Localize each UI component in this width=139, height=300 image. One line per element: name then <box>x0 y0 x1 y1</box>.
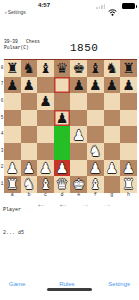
square-d5[interactable]: ♟ <box>54 110 71 127</box>
square-f2[interactable]: ♟ <box>87 160 104 177</box>
black-king-e8[interactable]: ♚ <box>72 61 85 75</box>
last-move-text: 2... d5 <box>3 230 24 236</box>
status-bar: 4:57 ‹Settings <box>0 0 139 16</box>
move-history-controls: ←←→→ <box>36 199 112 209</box>
square-c7[interactable] <box>37 77 54 94</box>
square-a2[interactable]: ♟ <box>4 160 21 177</box>
tab-game[interactable]: Game <box>9 281 25 287</box>
square-b3[interactable] <box>21 143 38 160</box>
black-pawn-g7[interactable]: ♟ <box>106 78 119 92</box>
square-f7[interactable]: ♟ <box>87 77 104 94</box>
square-e7[interactable]: ♟ <box>70 77 87 94</box>
square-b7[interactable]: ♟ <box>21 77 38 94</box>
square-a7[interactable]: ♟ <box>4 77 21 94</box>
black-pawn-d5[interactable]: ♟ <box>56 111 69 125</box>
black-pawn-b7[interactable]: ♟ <box>23 78 36 92</box>
white-pawn-d2[interactable]: ♟ <box>56 161 69 175</box>
square-c6[interactable]: ♟ <box>37 93 54 110</box>
square-h3[interactable] <box>120 143 137 160</box>
square-d6[interactable] <box>54 93 71 110</box>
white-pawn-a2[interactable]: ♟ <box>6 161 19 175</box>
history-back-fast-button[interactable]: ← <box>36 199 46 209</box>
battery-icon <box>122 3 135 9</box>
square-d4[interactable] <box>54 126 71 143</box>
black-pawn-h7[interactable]: ♟ <box>122 78 135 92</box>
square-h4[interactable] <box>120 126 137 143</box>
file-labels: abcdefgh <box>4 192 137 198</box>
square-h6[interactable] <box>120 93 137 110</box>
square-e4[interactable]: ♟ <box>70 126 87 143</box>
square-f1[interactable]: ♝ <box>87 176 104 193</box>
engine-header: 39-39 ChessPulsar(C) <box>4 39 40 51</box>
black-rook-a8[interactable]: ♜ <box>6 61 19 75</box>
black-pawn-c6[interactable]: ♟ <box>39 94 52 108</box>
black-pawn-f7[interactable]: ♟ <box>89 78 102 92</box>
black-pawn-a7[interactable]: ♟ <box>6 78 19 92</box>
square-e8[interactable]: ♚ <box>70 60 87 77</box>
file-label-a: a <box>4 192 21 198</box>
square-f3[interactable]: ♞ <box>87 143 104 160</box>
clock-time: 4:57 <box>38 2 50 8</box>
square-c5[interactable] <box>37 110 54 127</box>
square-a1[interactable]: ♜ <box>4 176 21 193</box>
square-a4[interactable] <box>4 126 21 143</box>
history-forward-fast-button: → <box>102 199 112 209</box>
white-pawn-f2[interactable]: ♟ <box>89 161 102 175</box>
square-c4[interactable] <box>37 126 54 143</box>
back-label: Settings <box>8 9 26 15</box>
square-d3[interactable] <box>54 143 71 160</box>
square-e6[interactable] <box>70 93 87 110</box>
white-pawn-h2[interactable]: ♟ <box>122 161 135 175</box>
black-bishop-f8[interactable]: ♝ <box>89 61 102 75</box>
square-e1[interactable]: ♚ <box>70 176 87 193</box>
back-to-settings-link[interactable]: ‹Settings <box>5 9 26 15</box>
white-knight-b1[interactable]: ♞ <box>23 177 36 191</box>
square-h7[interactable]: ♟ <box>120 77 137 94</box>
white-bishop-f1[interactable]: ♝ <box>89 177 102 191</box>
black-queen-d8[interactable]: ♛ <box>56 61 69 75</box>
square-d8[interactable]: ♛ <box>54 60 71 77</box>
square-d2[interactable]: ♟ <box>54 160 71 177</box>
rating-value: 1850 <box>70 42 98 54</box>
player-turn-label: Player <box>3 207 21 213</box>
square-g3[interactable] <box>104 143 121 160</box>
white-knight-f3[interactable]: ♞ <box>89 144 102 158</box>
square-f4[interactable] <box>87 126 104 143</box>
square-g8[interactable]: ♞ <box>104 60 121 77</box>
square-c1[interactable]: ♝ <box>37 176 54 193</box>
square-h8[interactable]: ♜ <box>120 60 137 77</box>
home-indicator[interactable] <box>47 288 92 291</box>
white-pawn-e4[interactable]: ♟ <box>72 128 85 142</box>
white-king-e1[interactable]: ♚ <box>72 177 85 191</box>
black-knight-g8[interactable]: ♞ <box>106 61 119 75</box>
black-rook-h8[interactable]: ♜ <box>122 61 135 75</box>
square-g1[interactable] <box>104 176 121 193</box>
white-rook-h1[interactable]: ♜ <box>122 177 135 191</box>
black-knight-b8[interactable]: ♞ <box>23 61 36 75</box>
square-e5[interactable] <box>70 110 87 127</box>
tab-rules[interactable]: Rules <box>59 281 74 287</box>
square-b6[interactable] <box>21 93 38 110</box>
square-a6[interactable] <box>4 93 21 110</box>
square-e3[interactable] <box>70 143 87 160</box>
white-pawn-c2[interactable]: ♟ <box>39 161 52 175</box>
tab-settings[interactable]: Settings <box>108 281 130 287</box>
square-c2[interactable]: ♟ <box>37 160 54 177</box>
square-a3[interactable] <box>4 143 21 160</box>
square-f8[interactable]: ♝ <box>87 60 104 77</box>
square-b8[interactable]: ♞ <box>21 60 38 77</box>
square-g6[interactable] <box>104 93 121 110</box>
history-back-button[interactable]: ← <box>58 199 68 209</box>
white-pawn-g2[interactable]: ♟ <box>106 161 119 175</box>
cell-signal-icon <box>96 4 105 9</box>
square-b2[interactable]: ♟ <box>21 160 38 177</box>
white-bishop-c1[interactable]: ♝ <box>39 177 52 191</box>
app-screen: 4:57 ‹Settings 39-39 ChessPulsar(C) 1850… <box>0 0 139 300</box>
square-a8[interactable]: ♜ <box>4 60 21 77</box>
square-e2[interactable] <box>70 160 87 177</box>
file-label-b: b <box>21 192 38 198</box>
tab-bar: GameRulesSettings <box>0 281 139 287</box>
back-chevron-icon: ‹ <box>5 9 7 15</box>
square-g2[interactable]: ♟ <box>104 160 121 177</box>
square-b4[interactable] <box>21 126 38 143</box>
square-d7[interactable] <box>54 77 71 94</box>
square-g5[interactable] <box>104 110 121 127</box>
square-c3[interactable] <box>37 143 54 160</box>
engine-name: Pulsar(C) <box>4 45 29 50</box>
square-a5[interactable] <box>4 110 21 127</box>
square-f5[interactable] <box>87 110 104 127</box>
wifi-icon <box>108 2 117 20</box>
square-h5[interactable] <box>120 110 137 127</box>
score-and-app: 39-39 Chess <box>4 39 40 44</box>
square-g7[interactable]: ♟ <box>104 77 121 94</box>
square-h2[interactable]: ♟ <box>120 160 137 177</box>
file-label-h: h <box>120 192 137 198</box>
chess-board[interactable]: ♜♞♝♛♚♝♞♜♟♟♟♟♟♟♟♟♟♞♟♟♟♟♟♟♟♜♞♝♛♚♝♜ <box>4 59 137 193</box>
square-c8[interactable]: ♝ <box>37 60 54 77</box>
white-queen-d1[interactable]: ♛ <box>56 177 69 191</box>
square-d1[interactable]: ♛ <box>54 176 71 193</box>
square-b1[interactable]: ♞ <box>21 176 38 193</box>
square-h1[interactable]: ♜ <box>120 176 137 193</box>
history-forward-button: → <box>80 199 90 209</box>
white-pawn-b2[interactable]: ♟ <box>23 161 36 175</box>
black-bishop-c8[interactable]: ♝ <box>39 61 52 75</box>
square-f6[interactable] <box>87 93 104 110</box>
square-b5[interactable] <box>21 110 38 127</box>
white-rook-a1[interactable]: ♜ <box>6 177 19 191</box>
black-pawn-e7[interactable]: ♟ <box>72 78 85 92</box>
square-g4[interactable] <box>104 126 121 143</box>
